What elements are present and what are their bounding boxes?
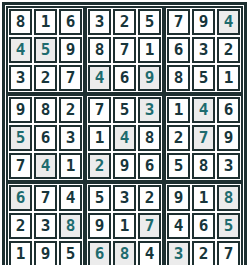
cell-r3c8[interactable]: 5 bbox=[192, 65, 215, 91]
cell-r8c1[interactable]: 2 bbox=[9, 213, 32, 239]
cell-r5c5[interactable]: 4 bbox=[113, 125, 136, 151]
cell-r8c5[interactable]: 1 bbox=[113, 213, 136, 239]
cell-r9c4[interactable]: 6 bbox=[88, 241, 111, 265]
cell-r7c1[interactable]: 6 bbox=[9, 185, 32, 211]
block-0-2: 794632851 bbox=[164, 6, 243, 94]
block-0-0: 816459327 bbox=[6, 6, 85, 94]
cell-r8c3[interactable]: 8 bbox=[59, 213, 82, 239]
cell-r6c2[interactable]: 4 bbox=[34, 153, 57, 179]
cell-r1c5[interactable]: 2 bbox=[113, 9, 136, 35]
cell-r6c6[interactable]: 6 bbox=[138, 153, 161, 179]
cell-r1c7[interactable]: 7 bbox=[167, 9, 190, 35]
cell-r2c1[interactable]: 4 bbox=[9, 37, 32, 63]
cell-r5c2[interactable]: 6 bbox=[34, 125, 57, 151]
cell-r8c4[interactable]: 9 bbox=[88, 213, 111, 239]
block-1-1: 753148296 bbox=[85, 94, 164, 182]
cell-r8c8[interactable]: 6 bbox=[192, 213, 215, 239]
cell-r2c4[interactable]: 8 bbox=[88, 37, 111, 63]
sudoku-board-frame: 8164593273258714697946328519825637417531… bbox=[2, 2, 247, 265]
cell-r5c4[interactable]: 1 bbox=[88, 125, 111, 151]
cell-r6c5[interactable]: 9 bbox=[113, 153, 136, 179]
cell-r1c9[interactable]: 4 bbox=[217, 9, 240, 35]
cell-r3c3[interactable]: 7 bbox=[59, 65, 82, 91]
cell-r5c9[interactable]: 9 bbox=[217, 125, 240, 151]
cell-r2c3[interactable]: 9 bbox=[59, 37, 82, 63]
cell-r6c3[interactable]: 1 bbox=[59, 153, 82, 179]
block-2-1: 532917684 bbox=[85, 182, 164, 265]
cell-r8c9[interactable]: 5 bbox=[217, 213, 240, 239]
cell-r9c2[interactable]: 9 bbox=[34, 241, 57, 265]
cell-r5c7[interactable]: 2 bbox=[167, 125, 190, 151]
cell-r3c7[interactable]: 8 bbox=[167, 65, 190, 91]
cell-r1c2[interactable]: 1 bbox=[34, 9, 57, 35]
cell-r4c1[interactable]: 9 bbox=[9, 97, 32, 123]
cell-r8c6[interactable]: 7 bbox=[138, 213, 161, 239]
cell-r9c3[interactable]: 5 bbox=[59, 241, 82, 265]
cell-r7c3[interactable]: 4 bbox=[59, 185, 82, 211]
cell-r3c1[interactable]: 3 bbox=[9, 65, 32, 91]
cell-r4c2[interactable]: 8 bbox=[34, 97, 57, 123]
cell-r4c4[interactable]: 7 bbox=[88, 97, 111, 123]
cell-r2c7[interactable]: 6 bbox=[167, 37, 190, 63]
cell-r3c6[interactable]: 9 bbox=[138, 65, 161, 91]
cell-r2c9[interactable]: 2 bbox=[217, 37, 240, 63]
cell-r2c5[interactable]: 7 bbox=[113, 37, 136, 63]
cell-r1c6[interactable]: 5 bbox=[138, 9, 161, 35]
cell-r3c9[interactable]: 1 bbox=[217, 65, 240, 91]
cell-r9c9[interactable]: 7 bbox=[217, 241, 240, 265]
cell-r2c8[interactable]: 3 bbox=[192, 37, 215, 63]
sudoku-board: 8164593273258714697946328519825637417531… bbox=[6, 6, 243, 265]
cell-r2c6[interactable]: 1 bbox=[138, 37, 161, 63]
cell-r4c8[interactable]: 4 bbox=[192, 97, 215, 123]
cell-r9c1[interactable]: 1 bbox=[9, 241, 32, 265]
cell-r1c3[interactable]: 6 bbox=[59, 9, 82, 35]
cell-r9c6[interactable]: 4 bbox=[138, 241, 161, 265]
cell-r6c4[interactable]: 2 bbox=[88, 153, 111, 179]
cell-r6c9[interactable]: 3 bbox=[217, 153, 240, 179]
cell-r7c6[interactable]: 2 bbox=[138, 185, 161, 211]
cell-r5c1[interactable]: 5 bbox=[9, 125, 32, 151]
cell-r4c6[interactable]: 3 bbox=[138, 97, 161, 123]
cell-r4c7[interactable]: 1 bbox=[167, 97, 190, 123]
cell-r7c2[interactable]: 7 bbox=[34, 185, 57, 211]
cell-r5c6[interactable]: 8 bbox=[138, 125, 161, 151]
cell-r7c9[interactable]: 8 bbox=[217, 185, 240, 211]
block-2-0: 674238195 bbox=[6, 182, 85, 265]
cell-r9c5[interactable]: 8 bbox=[113, 241, 136, 265]
cell-r8c7[interactable]: 4 bbox=[167, 213, 190, 239]
block-1-2: 146279583 bbox=[164, 94, 243, 182]
cell-r1c8[interactable]: 9 bbox=[192, 9, 215, 35]
cell-r7c7[interactable]: 9 bbox=[167, 185, 190, 211]
cell-r7c5[interactable]: 3 bbox=[113, 185, 136, 211]
cell-r4c3[interactable]: 2 bbox=[59, 97, 82, 123]
cell-r3c5[interactable]: 6 bbox=[113, 65, 136, 91]
cell-r8c2[interactable]: 3 bbox=[34, 213, 57, 239]
cell-r6c7[interactable]: 5 bbox=[167, 153, 190, 179]
cell-r4c9[interactable]: 6 bbox=[217, 97, 240, 123]
cell-r5c3[interactable]: 3 bbox=[59, 125, 82, 151]
cell-r6c8[interactable]: 8 bbox=[192, 153, 215, 179]
cell-r6c1[interactable]: 7 bbox=[9, 153, 32, 179]
cell-r7c8[interactable]: 1 bbox=[192, 185, 215, 211]
cell-r5c8[interactable]: 7 bbox=[192, 125, 215, 151]
sudoku-page: 8164593273258714697946328519825637417531… bbox=[0, 0, 240, 265]
block-0-1: 325871469 bbox=[85, 6, 164, 94]
cell-r3c4[interactable]: 4 bbox=[88, 65, 111, 91]
cell-r1c1[interactable]: 8 bbox=[9, 9, 32, 35]
cell-r9c7[interactable]: 3 bbox=[167, 241, 190, 265]
cell-r9c8[interactable]: 2 bbox=[192, 241, 215, 265]
cell-r1c4[interactable]: 3 bbox=[88, 9, 111, 35]
block-2-2: 918465327 bbox=[164, 182, 243, 265]
cell-r4c5[interactable]: 5 bbox=[113, 97, 136, 123]
cell-r7c4[interactable]: 5 bbox=[88, 185, 111, 211]
block-1-0: 982563741 bbox=[6, 94, 85, 182]
cell-r2c2[interactable]: 5 bbox=[34, 37, 57, 63]
cell-r3c2[interactable]: 2 bbox=[34, 65, 57, 91]
